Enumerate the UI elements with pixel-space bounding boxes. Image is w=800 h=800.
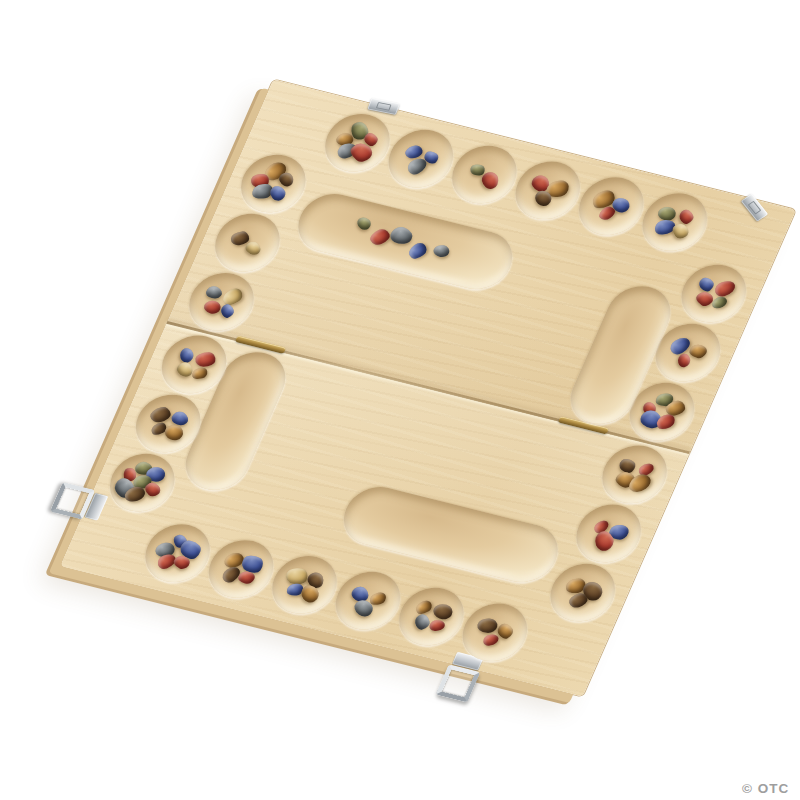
stone-red bbox=[368, 227, 391, 247]
stone-blue bbox=[219, 302, 235, 319]
stone-gray bbox=[432, 244, 451, 258]
mancala-board-open bbox=[60, 79, 796, 696]
stone-tiger bbox=[687, 343, 708, 360]
pit-T6[interactable] bbox=[633, 187, 717, 258]
pit-C3[interactable] bbox=[592, 439, 676, 510]
pit-C2[interactable] bbox=[567, 498, 651, 569]
pit-A1[interactable] bbox=[231, 148, 315, 219]
hinge-pin-1 bbox=[235, 336, 286, 354]
pit-B1[interactable] bbox=[136, 518, 220, 589]
stone-olive bbox=[656, 205, 678, 221]
clasp-catch-right bbox=[741, 194, 768, 222]
pit-T4[interactable] bbox=[506, 155, 590, 226]
pit-T2[interactable] bbox=[379, 123, 463, 194]
watermark-copyright: © OTC bbox=[742, 781, 789, 796]
stone-brown bbox=[430, 602, 455, 622]
stone-gray bbox=[387, 224, 415, 247]
stone-red bbox=[236, 571, 256, 586]
pit-T3[interactable] bbox=[442, 139, 526, 210]
pit-A2[interactable] bbox=[205, 207, 289, 278]
clasp-catch-top bbox=[367, 98, 400, 115]
stone-red bbox=[481, 170, 500, 190]
stone-red bbox=[483, 633, 499, 646]
stone-brown bbox=[476, 618, 499, 634]
pit-T1[interactable] bbox=[315, 107, 399, 178]
pit-C1[interactable] bbox=[541, 557, 625, 628]
stone-gray bbox=[413, 613, 430, 631]
pit-T5[interactable] bbox=[569, 171, 653, 242]
product-photo-scene: © OTC bbox=[0, 0, 800, 800]
clasp-loop bbox=[435, 664, 480, 702]
pit-B2[interactable] bbox=[199, 534, 283, 605]
pit-L3[interactable] bbox=[100, 447, 184, 518]
stone-red bbox=[428, 619, 445, 631]
stone-red bbox=[194, 352, 216, 367]
stone-blue bbox=[406, 240, 429, 261]
clasp-hasp-left bbox=[53, 482, 110, 524]
stone-olive bbox=[354, 215, 373, 232]
stone-gray bbox=[203, 284, 224, 301]
pit-store-top-horizontal[interactable] bbox=[289, 188, 522, 296]
pit-B5[interactable] bbox=[389, 581, 473, 652]
pit-R1[interactable] bbox=[672, 258, 756, 329]
stone-red bbox=[714, 279, 737, 299]
stone-tiger bbox=[191, 366, 207, 380]
stone-red bbox=[201, 299, 222, 315]
pit-B3[interactable] bbox=[262, 550, 346, 621]
pit-B4[interactable] bbox=[326, 565, 410, 636]
